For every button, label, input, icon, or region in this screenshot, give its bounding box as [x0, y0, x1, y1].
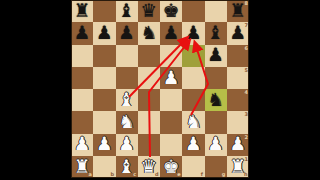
- black-bishop-g7[interactable]: ♝: [207, 24, 224, 43]
- square-c2[interactable]: ♟: [116, 134, 138, 156]
- square-h7[interactable]: 7♟: [227, 22, 249, 44]
- file-label-g: g: [222, 172, 226, 177]
- white-rook-a1[interactable]: ♜: [74, 157, 91, 176]
- square-e4[interactable]: [160, 89, 182, 111]
- square-d5[interactable]: [138, 67, 160, 89]
- white-pawn-c2[interactable]: ♟: [118, 135, 135, 154]
- square-d1[interactable]: d♛: [138, 156, 160, 178]
- square-g5[interactable]: [205, 67, 227, 89]
- square-g6[interactable]: ♟: [205, 45, 227, 67]
- square-f8[interactable]: [182, 0, 204, 22]
- black-queen-d8[interactable]: ♛: [141, 1, 158, 20]
- square-c1[interactable]: c♝: [116, 156, 138, 178]
- file-label-b: b: [110, 172, 114, 177]
- white-knight-f3[interactable]: ♞: [185, 113, 202, 132]
- black-pawn-h7[interactable]: ♟: [230, 24, 247, 43]
- black-king-e8[interactable]: ♚: [163, 1, 180, 20]
- square-d6[interactable]: [138, 45, 160, 67]
- black-knight-g4[interactable]: ♞: [207, 90, 224, 109]
- square-c7[interactable]: ♟: [116, 22, 138, 44]
- square-a7[interactable]: ♟: [71, 22, 93, 44]
- square-f1[interactable]: f: [182, 156, 204, 178]
- white-king-e1[interactable]: ♚: [163, 157, 180, 176]
- square-b6[interactable]: [93, 45, 115, 67]
- square-h4[interactable]: 4: [227, 89, 249, 111]
- square-f6[interactable]: [182, 45, 204, 67]
- black-pawn-e7[interactable]: ♟: [163, 24, 180, 43]
- chess-board: ♜♝♛♚8♜♟♟♟♞♟♟♝7♟♟6♟5♝♞4♞♞3♟♟♟♟♟2♟a♜bc♝d♛e…: [71, 0, 249, 178]
- white-pawn-b2[interactable]: ♟: [96, 135, 113, 154]
- video-frame: ♜♝♛♚8♜♟♟♟♞♟♟♝7♟♟6♟5♝♞4♞♞3♟♟♟♟♟2♟a♜bc♝d♛e…: [0, 0, 320, 180]
- square-c6[interactable]: [116, 45, 138, 67]
- square-g3[interactable]: [205, 111, 227, 133]
- square-b5[interactable]: [93, 67, 115, 89]
- rank-label-5: 5: [245, 68, 248, 73]
- file-label-f: f: [201, 172, 203, 177]
- black-pawn-b7[interactable]: ♟: [96, 24, 113, 43]
- black-pawn-g6[interactable]: ♟: [207, 46, 224, 65]
- square-a4[interactable]: [71, 89, 93, 111]
- square-d7[interactable]: ♞: [138, 22, 160, 44]
- white-queen-d1[interactable]: ♛: [141, 157, 158, 176]
- square-c5[interactable]: [116, 67, 138, 89]
- black-knight-d7[interactable]: ♞: [141, 24, 158, 43]
- square-a2[interactable]: ♟: [71, 134, 93, 156]
- square-d4[interactable]: [138, 89, 160, 111]
- square-g2[interactable]: ♟: [205, 134, 227, 156]
- square-a3[interactable]: [71, 111, 93, 133]
- square-e8[interactable]: ♚: [160, 0, 182, 22]
- square-e3[interactable]: [160, 111, 182, 133]
- square-c4[interactable]: ♝: [116, 89, 138, 111]
- white-rook-h1[interactable]: ♜: [230, 157, 247, 176]
- square-f3[interactable]: ♞: [182, 111, 204, 133]
- square-e1[interactable]: e♚: [160, 156, 182, 178]
- square-h6[interactable]: 6: [227, 45, 249, 67]
- square-a1[interactable]: a♜: [71, 156, 93, 178]
- square-a8[interactable]: ♜: [71, 0, 93, 22]
- square-b3[interactable]: [93, 111, 115, 133]
- rank-label-3: 3: [245, 112, 248, 117]
- white-bishop-c1[interactable]: ♝: [118, 157, 135, 176]
- white-pawn-a2[interactable]: ♟: [74, 135, 91, 154]
- rank-label-6: 6: [245, 46, 248, 51]
- rank-label-4: 4: [245, 90, 248, 95]
- square-e6[interactable]: [160, 45, 182, 67]
- white-bishop-c4[interactable]: ♝: [118, 90, 135, 109]
- square-b7[interactable]: ♟: [93, 22, 115, 44]
- square-f2[interactable]: ♟: [182, 134, 204, 156]
- square-e7[interactable]: ♟: [160, 22, 182, 44]
- square-e2[interactable]: [160, 134, 182, 156]
- black-pawn-a7[interactable]: ♟: [74, 24, 91, 43]
- square-g8[interactable]: [205, 0, 227, 22]
- square-b8[interactable]: [93, 0, 115, 22]
- square-g4[interactable]: ♞: [205, 89, 227, 111]
- white-pawn-f2[interactable]: ♟: [185, 135, 202, 154]
- square-f5[interactable]: [182, 67, 204, 89]
- square-h5[interactable]: 5: [227, 67, 249, 89]
- square-e5[interactable]: ♟: [160, 67, 182, 89]
- black-bishop-c8[interactable]: ♝: [118, 1, 135, 20]
- square-g7[interactable]: ♝: [205, 22, 227, 44]
- square-h3[interactable]: 3: [227, 111, 249, 133]
- square-f7[interactable]: ♟: [182, 22, 204, 44]
- square-g1[interactable]: g: [205, 156, 227, 178]
- white-pawn-g2[interactable]: ♟: [207, 135, 224, 154]
- black-rook-h8[interactable]: ♜: [230, 1, 247, 20]
- square-d2[interactable]: [138, 134, 160, 156]
- square-d3[interactable]: [138, 111, 160, 133]
- square-a6[interactable]: [71, 45, 93, 67]
- square-d8[interactable]: ♛: [138, 0, 160, 22]
- square-b4[interactable]: [93, 89, 115, 111]
- square-h8[interactable]: 8♜: [227, 0, 249, 22]
- white-pawn-h2[interactable]: ♟: [230, 135, 247, 154]
- square-c8[interactable]: ♝: [116, 0, 138, 22]
- square-b1[interactable]: b: [93, 156, 115, 178]
- square-b2[interactable]: ♟: [93, 134, 115, 156]
- square-f4[interactable]: [182, 89, 204, 111]
- black-pawn-f7[interactable]: ♟: [185, 24, 202, 43]
- square-h2[interactable]: 2♟: [227, 134, 249, 156]
- white-pawn-e5[interactable]: ♟: [163, 68, 180, 87]
- black-rook-a8[interactable]: ♜: [74, 1, 91, 20]
- white-knight-c3[interactable]: ♞: [118, 113, 135, 132]
- square-h1[interactable]: 1h♜: [227, 156, 249, 178]
- square-c3[interactable]: ♞: [116, 111, 138, 133]
- black-pawn-c7[interactable]: ♟: [118, 24, 135, 43]
- square-a5[interactable]: [71, 67, 93, 89]
